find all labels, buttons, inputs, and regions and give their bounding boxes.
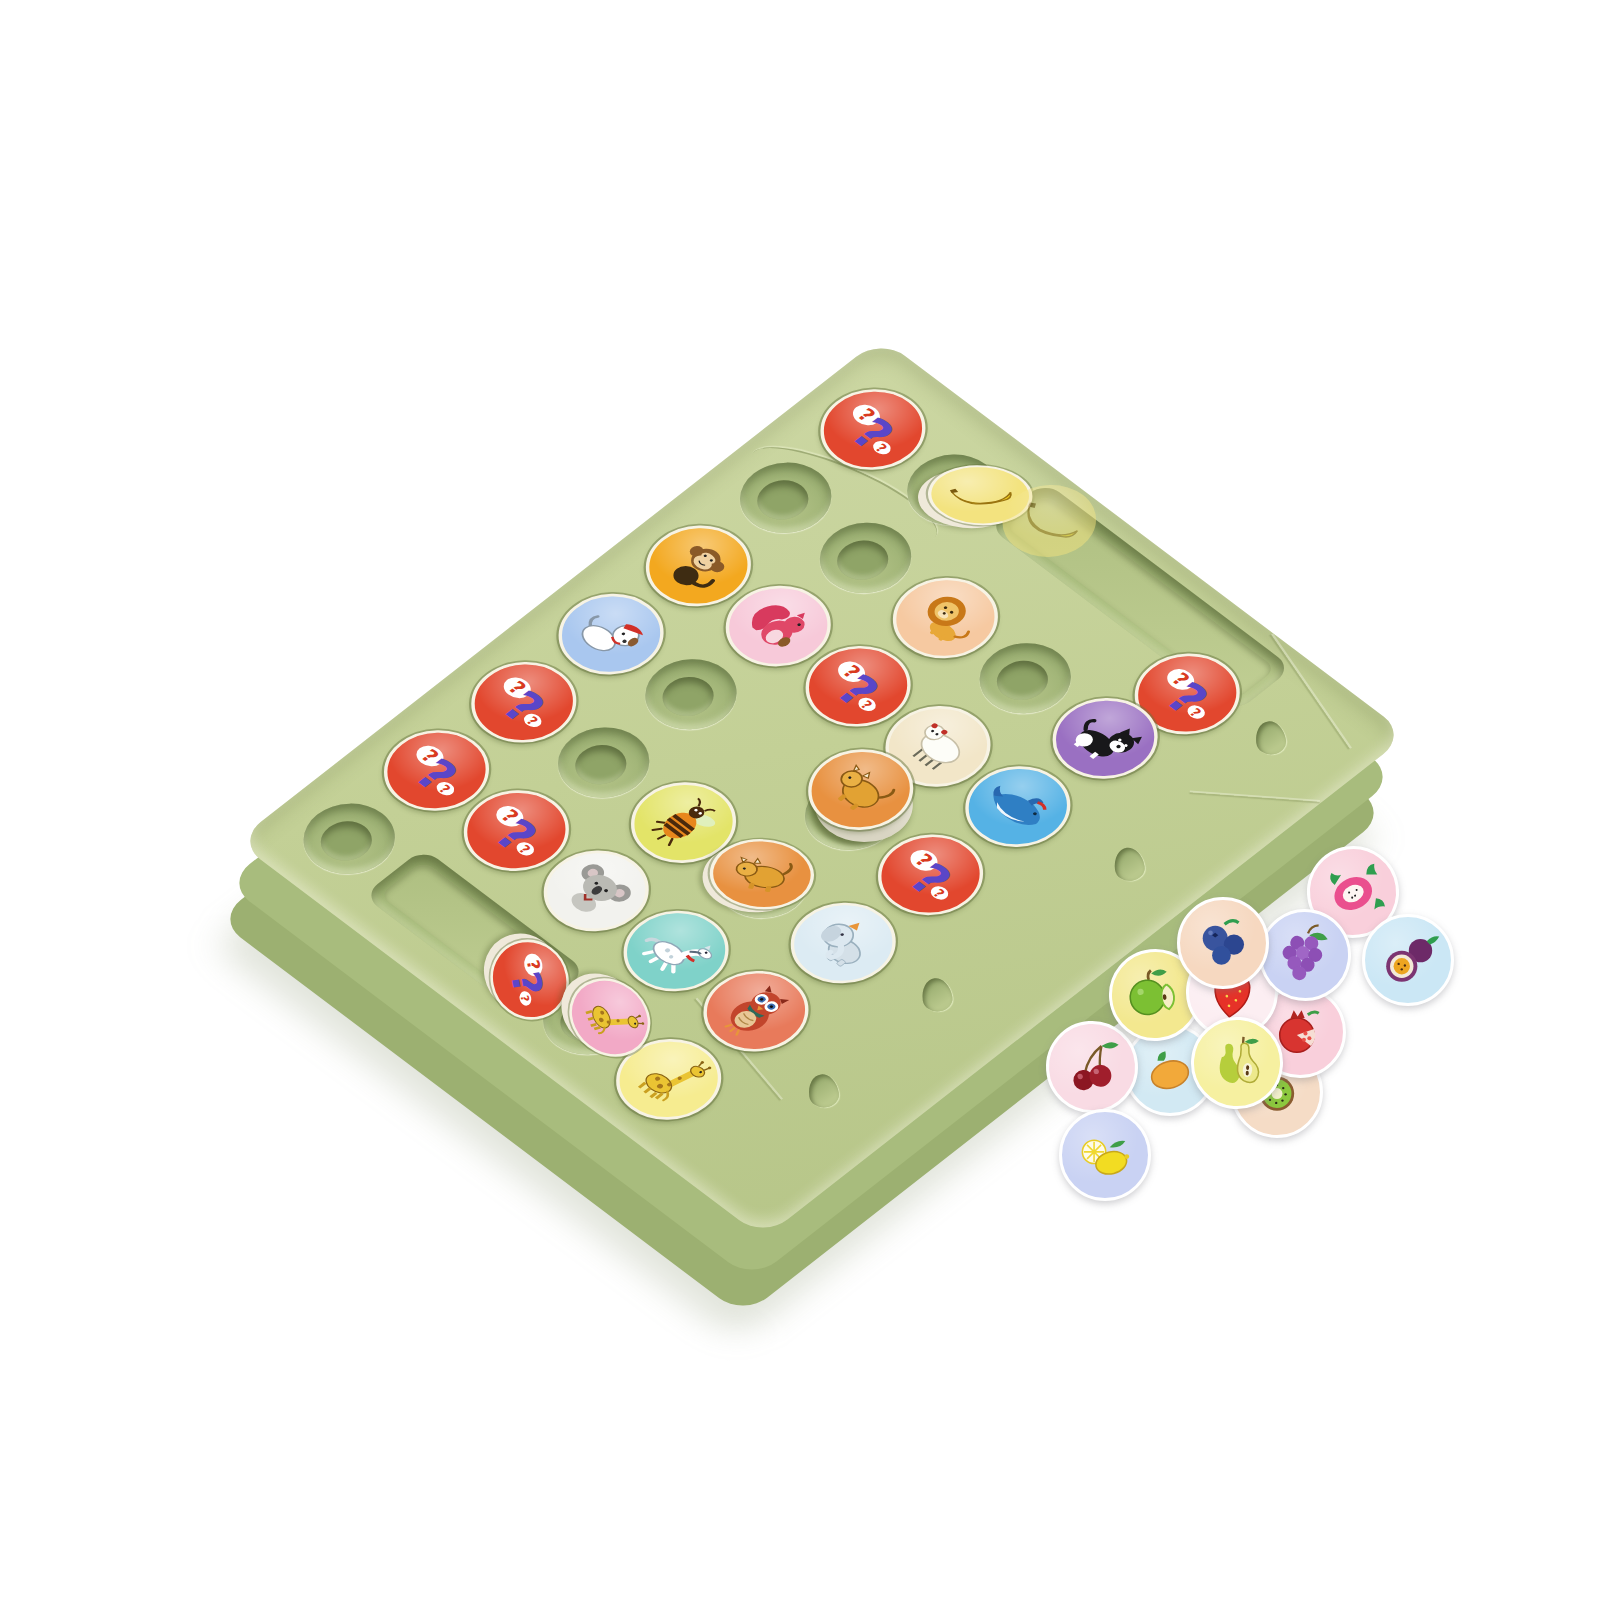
question-icon — [462, 655, 585, 749]
edge-notch — [920, 977, 954, 1013]
fruit-token-lemon[interactable] — [1059, 1109, 1151, 1201]
product-photo-scene — [0, 0, 1600, 1600]
fruit-token-passionfruit[interactable] — [1362, 914, 1454, 1006]
edge-notch — [806, 1073, 840, 1109]
cow-icon — [710, 839, 814, 910]
elephant-icon — [782, 896, 905, 990]
grape-icon — [1261, 911, 1349, 999]
dog-icon — [550, 587, 673, 681]
molded-facet-line — [1190, 791, 1320, 802]
question-icon — [492, 942, 568, 1017]
fruit-token-pear[interactable] — [1188, 1014, 1286, 1112]
fruit-token-blueberry[interactable] — [1177, 897, 1269, 989]
pear-icon — [1195, 1021, 1278, 1104]
passionfruit-icon — [1369, 921, 1447, 999]
question-icon — [869, 828, 992, 922]
cherry-icon — [1050, 1025, 1133, 1108]
lion-icon — [884, 571, 1007, 665]
edge-notch — [1253, 720, 1287, 756]
blueberry-icon — [1184, 904, 1262, 982]
edge-notch — [1112, 846, 1146, 882]
lemon-icon — [1066, 1116, 1144, 1194]
